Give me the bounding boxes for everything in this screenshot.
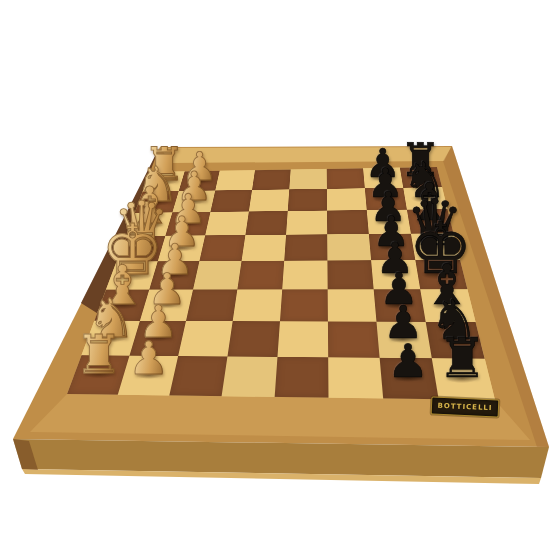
square-c3[interactable] bbox=[205, 211, 249, 235]
square-h8[interactable] bbox=[432, 358, 495, 400]
square-b2[interactable] bbox=[172, 190, 215, 212]
square-g4[interactable] bbox=[227, 321, 280, 357]
square-d6[interactable] bbox=[327, 234, 371, 261]
square-f2[interactable] bbox=[140, 290, 193, 321]
brand-plaque-label: BOTTICELLI bbox=[437, 402, 492, 412]
chess-set-photo: BOTTICELLI ♜♞♝♛♚♝♞♜♟♟♟♟♟♟♟♟♟♟♟♟♟♟♟♟♜♞♝♛♚… bbox=[0, 0, 560, 560]
square-a2[interactable] bbox=[179, 171, 220, 191]
square-g7[interactable] bbox=[376, 322, 431, 359]
square-b6[interactable] bbox=[327, 188, 367, 210]
square-f3[interactable] bbox=[186, 289, 237, 321]
square-a8[interactable] bbox=[400, 167, 442, 188]
square-h4[interactable] bbox=[222, 356, 278, 396]
square-d2[interactable] bbox=[158, 235, 205, 261]
square-a6[interactable] bbox=[327, 168, 365, 189]
square-e2[interactable] bbox=[149, 261, 199, 289]
square-f8[interactable] bbox=[420, 289, 475, 322]
square-a3[interactable] bbox=[215, 170, 255, 190]
square-f4[interactable] bbox=[233, 289, 283, 321]
square-d5[interactable] bbox=[284, 234, 327, 260]
square-e3[interactable] bbox=[193, 261, 242, 290]
square-e7[interactable] bbox=[371, 260, 420, 289]
square-h3[interactable] bbox=[169, 356, 227, 396]
square-c2[interactable] bbox=[165, 212, 210, 236]
square-a7[interactable] bbox=[363, 168, 403, 189]
square-b5[interactable] bbox=[288, 189, 327, 211]
square-b8[interactable] bbox=[403, 187, 447, 209]
square-c6[interactable] bbox=[327, 210, 369, 234]
square-c5[interactable] bbox=[286, 211, 327, 235]
square-g8[interactable] bbox=[426, 322, 485, 359]
square-g5[interactable] bbox=[277, 321, 328, 357]
square-f7[interactable] bbox=[374, 289, 426, 322]
square-a4[interactable] bbox=[252, 170, 291, 190]
square-g3[interactable] bbox=[178, 321, 233, 356]
square-e6[interactable] bbox=[327, 260, 373, 289]
square-d8[interactable] bbox=[411, 233, 460, 260]
square-g2[interactable] bbox=[129, 321, 186, 356]
board-frame-top-bevel bbox=[161, 147, 451, 163]
square-h7[interactable] bbox=[380, 358, 439, 399]
square-c4[interactable] bbox=[245, 211, 287, 235]
square-f6[interactable] bbox=[328, 289, 377, 321]
square-e5[interactable] bbox=[282, 261, 327, 290]
square-b3[interactable] bbox=[210, 190, 252, 212]
square-h5[interactable] bbox=[275, 357, 329, 398]
square-e4[interactable] bbox=[237, 261, 284, 290]
square-c7[interactable] bbox=[367, 210, 411, 234]
square-g6[interactable] bbox=[328, 321, 380, 357]
square-b4[interactable] bbox=[249, 189, 289, 211]
square-f5[interactable] bbox=[280, 289, 328, 321]
square-d4[interactable] bbox=[242, 235, 287, 261]
square-h6[interactable] bbox=[328, 357, 383, 398]
brand-plaque: BOTTICELLI bbox=[431, 397, 500, 418]
square-a5[interactable] bbox=[289, 169, 327, 189]
square-d3[interactable] bbox=[199, 235, 245, 261]
square-c8[interactable] bbox=[407, 209, 454, 233]
square-d7[interactable] bbox=[369, 234, 416, 261]
square-e8[interactable] bbox=[415, 260, 467, 289]
square-b7[interactable] bbox=[365, 188, 407, 210]
